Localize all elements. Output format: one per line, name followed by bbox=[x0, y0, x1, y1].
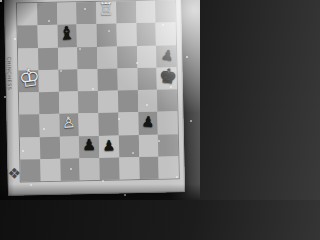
black-pawn[interactable]: ♟ bbox=[160, 47, 175, 63]
square-b7[interactable] bbox=[37, 25, 57, 48]
black-pawn[interactable]: ♟ bbox=[142, 114, 155, 129]
square-h7[interactable] bbox=[156, 23, 176, 46]
square-h4[interactable] bbox=[157, 89, 177, 112]
square-c6[interactable] bbox=[57, 47, 77, 70]
square-b3[interactable] bbox=[39, 114, 59, 137]
square-g7[interactable] bbox=[136, 23, 156, 46]
square-f6[interactable] bbox=[117, 46, 137, 69]
square-d7[interactable] bbox=[77, 24, 97, 47]
square-b8[interactable] bbox=[37, 3, 57, 26]
square-e7[interactable] bbox=[97, 24, 117, 47]
square-g2[interactable] bbox=[138, 134, 158, 157]
square-c2[interactable] bbox=[59, 136, 79, 159]
square-a3[interactable] bbox=[19, 114, 39, 137]
square-a8[interactable] bbox=[17, 3, 37, 26]
white-king[interactable]: ♔ bbox=[17, 64, 42, 91]
white-pawn[interactable]: ♙ bbox=[62, 115, 77, 131]
square-d8[interactable] bbox=[76, 2, 96, 25]
square-d3[interactable] bbox=[79, 113, 99, 136]
square-b2[interactable] bbox=[40, 136, 60, 159]
white-rook[interactable]: ♖ bbox=[98, 0, 114, 17]
square-f5[interactable] bbox=[117, 68, 137, 91]
square-c7[interactable]: ♝ bbox=[57, 25, 77, 48]
square-d2[interactable]: ♟ bbox=[79, 135, 99, 158]
square-g8[interactable] bbox=[136, 1, 156, 24]
square-b6[interactable] bbox=[38, 47, 58, 70]
corner-emblem-icon: ❖ bbox=[7, 167, 21, 182]
square-d5[interactable] bbox=[78, 69, 98, 92]
square-d6[interactable] bbox=[77, 46, 97, 69]
square-a4[interactable] bbox=[19, 92, 39, 115]
square-e2[interactable]: ♟ bbox=[99, 135, 119, 158]
square-b1[interactable] bbox=[40, 158, 60, 181]
square-h1[interactable] bbox=[159, 156, 179, 179]
square-f8[interactable] bbox=[116, 1, 136, 24]
square-g3[interactable]: ♟ bbox=[138, 112, 158, 135]
square-e3[interactable] bbox=[98, 113, 118, 136]
square-c5[interactable] bbox=[58, 69, 78, 92]
square-f1[interactable] bbox=[119, 157, 139, 180]
square-d4[interactable] bbox=[78, 91, 98, 114]
photo-canvas: { "game": "chess", "scene": "overhead gr… bbox=[0, 0, 200, 200]
square-f7[interactable] bbox=[116, 23, 136, 46]
square-h2[interactable] bbox=[158, 134, 178, 157]
square-g5[interactable] bbox=[137, 67, 157, 90]
board-grid: ♖♝♟♔♚♙♟♟♟ bbox=[17, 0, 179, 181]
square-f3[interactable] bbox=[118, 112, 138, 135]
black-pawn[interactable]: ♟ bbox=[102, 138, 115, 152]
square-h5[interactable]: ♚ bbox=[157, 67, 177, 90]
square-g6[interactable] bbox=[136, 45, 156, 68]
photo-dust-speckles bbox=[0, 0, 2, 2]
square-h8[interactable] bbox=[155, 0, 175, 23]
square-e8[interactable]: ♖ bbox=[96, 2, 116, 25]
black-king[interactable]: ♚ bbox=[158, 65, 178, 87]
square-f4[interactable] bbox=[118, 90, 138, 113]
square-h3[interactable] bbox=[158, 112, 178, 135]
square-e5[interactable] bbox=[97, 68, 117, 91]
square-b4[interactable] bbox=[39, 92, 59, 115]
square-g1[interactable] bbox=[139, 156, 159, 179]
square-e1[interactable] bbox=[99, 157, 119, 180]
square-a7[interactable] bbox=[18, 25, 38, 48]
square-c4[interactable] bbox=[58, 91, 78, 114]
square-g4[interactable] bbox=[137, 90, 157, 113]
square-e6[interactable] bbox=[97, 46, 117, 69]
black-bishop[interactable]: ♝ bbox=[59, 24, 76, 43]
square-e4[interactable] bbox=[98, 91, 118, 114]
chess-board: CHINCHESS ❖ ♖♝♟♔♚♙♟♟♟ bbox=[4, 0, 185, 196]
board-brand-text: CHINCHESS bbox=[6, 57, 13, 91]
square-f2[interactable] bbox=[119, 135, 139, 158]
square-d1[interactable] bbox=[80, 158, 100, 181]
square-c1[interactable] bbox=[60, 158, 80, 181]
black-pawn[interactable]: ♟ bbox=[82, 137, 96, 152]
square-a1[interactable] bbox=[20, 159, 40, 182]
square-a5[interactable]: ♔ bbox=[18, 70, 38, 93]
square-a2[interactable] bbox=[20, 137, 40, 160]
square-c3[interactable]: ♙ bbox=[59, 114, 79, 137]
